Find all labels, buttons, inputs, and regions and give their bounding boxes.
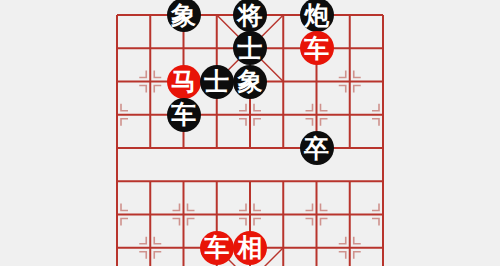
piece-black-cannon[interactable]: 炮 — [300, 0, 334, 32]
piece-black-elephant[interactable]: 象 — [233, 65, 267, 99]
piece-black-advisor[interactable]: 士 — [200, 65, 234, 99]
xiangqi-board[interactable]: 象将炮士车马士象车卒车相 — [0, 0, 500, 266]
app-background: 象将炮士车马士象车卒车相 — [0, 0, 500, 266]
piece-black-soldier[interactable]: 卒 — [300, 131, 334, 165]
piece-black-advisor[interactable]: 士 — [233, 31, 267, 65]
piece-black-elephant[interactable]: 象 — [167, 0, 201, 32]
piece-red-elephant[interactable]: 相 — [233, 231, 267, 265]
piece-red-chariot[interactable]: 车 — [300, 31, 334, 65]
piece-red-chariot[interactable]: 车 — [200, 231, 234, 265]
piece-black-general[interactable]: 将 — [233, 0, 267, 32]
piece-red-horse[interactable]: 马 — [167, 65, 201, 99]
pieces-layer: 象将炮士车马士象车卒车相 — [100, 0, 399, 266]
piece-black-chariot[interactable]: 车 — [167, 98, 201, 132]
